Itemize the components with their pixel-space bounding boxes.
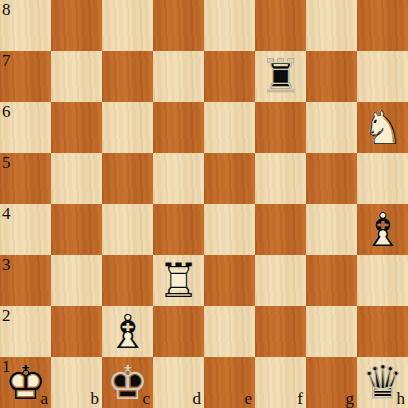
square-d3[interactable]: ♜♖ <box>153 255 204 306</box>
square-d8[interactable] <box>153 0 204 51</box>
rank-label-3: 3 <box>2 256 11 273</box>
square-a4[interactable]: 4 <box>0 204 51 255</box>
square-h2[interactable] <box>357 306 408 357</box>
rank-label-5: 5 <box>2 154 11 171</box>
file-label-c: c <box>142 390 150 407</box>
rank-label-8: 8 <box>2 1 11 18</box>
square-f1[interactable]: f <box>255 357 306 408</box>
square-g5[interactable] <box>306 153 357 204</box>
square-g6[interactable] <box>306 102 357 153</box>
square-e6[interactable] <box>204 102 255 153</box>
piece-white-bishop[interactable]: ♝♗ <box>357 204 408 255</box>
square-b4[interactable] <box>51 204 102 255</box>
square-g1[interactable]: g <box>306 357 357 408</box>
square-a2[interactable]: 2 <box>0 306 51 357</box>
white-rook-outline-icon: ♖ <box>153 255 204 306</box>
square-g7[interactable] <box>306 51 357 102</box>
square-d6[interactable] <box>153 102 204 153</box>
square-f8[interactable] <box>255 0 306 51</box>
white-bishop-outline-icon: ♗ <box>357 204 408 255</box>
square-d5[interactable] <box>153 153 204 204</box>
square-a6[interactable]: 6 <box>0 102 51 153</box>
piece-white-bishop[interactable]: ♝♗ <box>102 306 153 357</box>
square-b6[interactable] <box>51 102 102 153</box>
square-h7[interactable] <box>357 51 408 102</box>
square-c7[interactable] <box>102 51 153 102</box>
square-h3[interactable] <box>357 255 408 306</box>
square-e2[interactable] <box>204 306 255 357</box>
rank-label-4: 4 <box>2 205 11 222</box>
square-a7[interactable]: 7 <box>0 51 51 102</box>
square-c1[interactable]: c♚♔ <box>102 357 153 408</box>
square-g8[interactable] <box>306 0 357 51</box>
square-b2[interactable] <box>51 306 102 357</box>
file-label-d: d <box>193 390 202 407</box>
square-f6[interactable] <box>255 102 306 153</box>
square-g2[interactable] <box>306 306 357 357</box>
piece-white-rook[interactable]: ♜♖ <box>153 255 204 306</box>
square-h1[interactable]: h♛♕ <box>357 357 408 408</box>
square-d7[interactable] <box>153 51 204 102</box>
square-c6[interactable] <box>102 102 153 153</box>
square-c5[interactable] <box>102 153 153 204</box>
chess-board: 87♜♖6♞♘54♝♗3♜♖2♝♗1a♚♔bc♚♔defgh♛♕ <box>0 0 408 408</box>
square-e1[interactable]: e <box>204 357 255 408</box>
square-e7[interactable] <box>204 51 255 102</box>
square-b1[interactable]: b <box>51 357 102 408</box>
square-c8[interactable] <box>102 0 153 51</box>
square-f7[interactable]: ♜♖ <box>255 51 306 102</box>
square-h8[interactable] <box>357 0 408 51</box>
white-knight-outline-icon: ♘ <box>357 102 408 153</box>
square-g3[interactable] <box>306 255 357 306</box>
rank-label-6: 6 <box>2 103 11 120</box>
square-d4[interactable] <box>153 204 204 255</box>
square-c4[interactable] <box>102 204 153 255</box>
rank-label-1: 1 <box>2 358 11 375</box>
piece-black-rook[interactable]: ♜♖ <box>255 51 306 102</box>
chess-board-wrap: 87♜♖6♞♘54♝♗3♜♖2♝♗1a♚♔bc♚♔defgh♛♕ <box>0 0 408 408</box>
file-label-f: f <box>297 390 303 407</box>
square-c3[interactable] <box>102 255 153 306</box>
square-d1[interactable]: d <box>153 357 204 408</box>
square-e8[interactable] <box>204 0 255 51</box>
black-rook-outline-icon: ♖ <box>255 51 306 102</box>
white-bishop-outline-icon: ♗ <box>102 306 153 357</box>
piece-white-knight[interactable]: ♞♘ <box>357 102 408 153</box>
square-a1[interactable]: 1a♚♔ <box>0 357 51 408</box>
square-g4[interactable] <box>306 204 357 255</box>
square-a5[interactable]: 5 <box>0 153 51 204</box>
square-e4[interactable] <box>204 204 255 255</box>
rank-label-7: 7 <box>2 52 11 69</box>
file-label-g: g <box>346 390 355 407</box>
rank-label-2: 2 <box>2 307 11 324</box>
square-b5[interactable] <box>51 153 102 204</box>
square-a3[interactable]: 3 <box>0 255 51 306</box>
square-h5[interactable] <box>357 153 408 204</box>
square-f5[interactable] <box>255 153 306 204</box>
square-a8[interactable]: 8 <box>0 0 51 51</box>
file-label-h: h <box>397 390 406 407</box>
square-e3[interactable] <box>204 255 255 306</box>
file-label-b: b <box>91 390 100 407</box>
square-f4[interactable] <box>255 204 306 255</box>
square-e5[interactable] <box>204 153 255 204</box>
square-f2[interactable] <box>255 306 306 357</box>
square-h4[interactable]: ♝♗ <box>357 204 408 255</box>
square-b7[interactable] <box>51 51 102 102</box>
square-d2[interactable] <box>153 306 204 357</box>
square-c2[interactable]: ♝♗ <box>102 306 153 357</box>
file-label-e: e <box>244 390 252 407</box>
square-h6[interactable]: ♞♘ <box>357 102 408 153</box>
square-b8[interactable] <box>51 0 102 51</box>
square-f3[interactable] <box>255 255 306 306</box>
square-b3[interactable] <box>51 255 102 306</box>
file-label-a: a <box>40 390 48 407</box>
